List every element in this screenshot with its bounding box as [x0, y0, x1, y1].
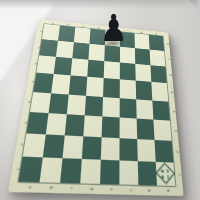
square-e6	[104, 61, 120, 79]
square-e2	[101, 137, 120, 160]
square-b1	[40, 157, 63, 183]
square-b2	[43, 134, 65, 158]
square-d4	[85, 95, 103, 116]
photo-backdrop: abcdefgh abcdefgh 87654321 87654321 ····…	[0, 0, 200, 200]
square-b8	[58, 26, 75, 43]
square-h6	[150, 65, 166, 83]
square-c8	[74, 27, 91, 44]
square-g5	[136, 81, 153, 100]
square-f6	[120, 63, 136, 81]
square-f5	[120, 80, 136, 99]
board-grid	[19, 24, 176, 186]
maker-logo: ♚ ♛ ♞ ♝	[156, 161, 175, 184]
square-c6	[71, 58, 89, 77]
square-g4	[136, 99, 153, 119]
emblem-bishop-icon: ♝	[165, 173, 171, 179]
square-d6	[87, 60, 104, 78]
square-b3	[46, 113, 67, 135]
square-d1	[80, 159, 101, 184]
square-e1	[100, 160, 119, 185]
square-h3	[153, 119, 171, 140]
square-g7	[135, 48, 151, 65]
emblem-queen-icon: ♛	[165, 167, 171, 173]
chessboard: abcdefgh abcdefgh 87654321 87654321 ····…	[8, 19, 184, 196]
square-f4	[120, 98, 137, 118]
square-f1	[119, 160, 138, 185]
square-f3	[120, 117, 138, 139]
square-e4	[102, 97, 119, 118]
square-h7	[150, 50, 166, 67]
emblem-piece-glyphs: ♚ ♛ ♞ ♝	[159, 167, 170, 179]
square-b6	[54, 57, 73, 76]
square-c7	[72, 42, 89, 60]
square-g2	[137, 139, 156, 162]
square-h2	[155, 140, 174, 163]
square-d5	[86, 77, 104, 97]
black-pawn: ♟	[100, 11, 126, 47]
square-h4	[152, 100, 169, 120]
square-g6	[135, 64, 151, 82]
square-c1	[60, 158, 82, 183]
square-g1	[138, 161, 157, 185]
square-g8	[135, 33, 150, 49]
cloth-right-shade	[180, 0, 200, 200]
square-c3	[65, 114, 85, 136]
square-g3	[137, 118, 155, 140]
square-e3	[102, 116, 120, 138]
square-h5	[151, 82, 168, 101]
square-c2	[63, 135, 84, 159]
square-b4	[49, 93, 69, 114]
square-f2	[119, 138, 137, 161]
square-d3	[83, 115, 102, 137]
square-c5	[69, 76, 87, 96]
square-h8	[149, 35, 164, 51]
square-d2	[82, 136, 102, 159]
diamond-emblem-icon: ♚ ♛ ♞ ♝	[155, 162, 174, 184]
square-c4	[67, 94, 86, 115]
square-e5	[103, 78, 120, 97]
square-b5	[51, 74, 70, 94]
square-b7	[56, 41, 74, 59]
board-border: abcdefgh abcdefgh 87654321 87654321 ····…	[8, 19, 184, 196]
